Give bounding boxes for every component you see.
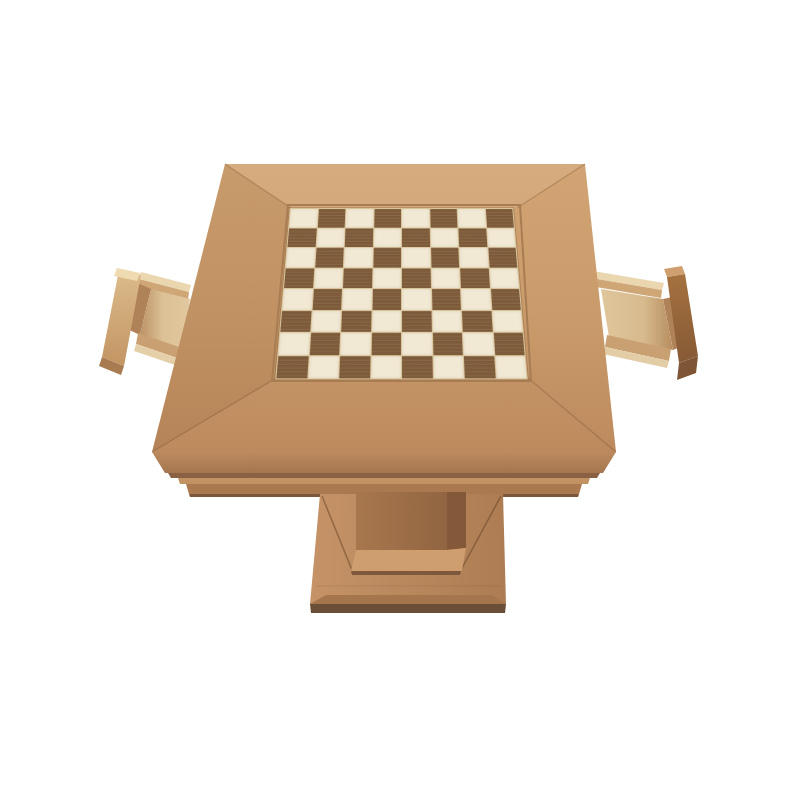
board-square xyxy=(432,310,462,331)
board-square xyxy=(487,228,516,247)
board-square xyxy=(495,356,527,379)
apron-shadow xyxy=(168,473,600,478)
base-cap-bevel xyxy=(351,548,466,571)
pedestal-column-front xyxy=(356,492,447,550)
board-square xyxy=(485,209,513,227)
chess-board xyxy=(275,208,527,379)
board-square xyxy=(314,268,343,288)
board-square xyxy=(491,289,521,310)
board-square xyxy=(432,333,462,355)
board-square xyxy=(489,268,519,288)
board-square xyxy=(433,356,464,379)
board-square xyxy=(492,310,523,331)
board-square xyxy=(459,248,488,267)
board-square xyxy=(346,209,374,227)
board-square xyxy=(339,356,370,379)
board-square xyxy=(288,228,317,247)
board-square xyxy=(463,333,494,355)
board-square xyxy=(286,248,315,267)
pedestal xyxy=(310,492,506,613)
board-square xyxy=(371,356,401,379)
board-square xyxy=(341,310,371,331)
base-front-bevel xyxy=(310,595,506,604)
board-square xyxy=(493,333,524,355)
board-square xyxy=(402,268,430,288)
board-square xyxy=(458,209,486,227)
board-square xyxy=(372,289,401,310)
board-square xyxy=(431,268,460,288)
board-square xyxy=(317,209,345,227)
board-square xyxy=(315,248,344,267)
board-square xyxy=(431,248,459,267)
board-square xyxy=(402,356,432,379)
board-square xyxy=(282,289,312,310)
board-square xyxy=(371,333,401,355)
chess-table-illustration xyxy=(0,0,800,800)
board-square xyxy=(402,333,432,355)
board-square xyxy=(312,289,342,310)
board-square xyxy=(308,356,339,379)
tabletop-front-edge xyxy=(152,452,616,473)
board-square xyxy=(316,228,344,247)
board-square xyxy=(311,310,341,331)
board-square xyxy=(345,228,373,247)
board-square xyxy=(402,209,429,227)
board-square xyxy=(461,289,491,310)
board-square xyxy=(402,289,431,310)
board-square xyxy=(430,228,458,247)
pedestal-column-side xyxy=(447,492,466,550)
board-square xyxy=(284,268,314,288)
board-square xyxy=(373,268,401,288)
board-square xyxy=(402,248,430,267)
board-square xyxy=(373,248,401,267)
board-square xyxy=(488,248,517,267)
board-square xyxy=(373,228,401,247)
apron-step xyxy=(178,478,590,484)
board-square xyxy=(462,310,492,331)
board-square xyxy=(458,228,486,247)
board-square xyxy=(460,268,489,288)
board-square xyxy=(276,356,308,379)
product-photo-stage xyxy=(0,0,800,800)
base-cap-shadow xyxy=(351,571,461,575)
board-square xyxy=(432,289,461,310)
board-square xyxy=(464,356,495,379)
board-square xyxy=(343,268,372,288)
board-square xyxy=(402,310,431,331)
board-square xyxy=(342,289,371,310)
board-square xyxy=(289,209,317,227)
board-square xyxy=(280,310,311,331)
board-square xyxy=(278,333,309,355)
board-square xyxy=(340,333,370,355)
base-bottom-edge xyxy=(310,604,506,613)
board-square xyxy=(372,310,401,331)
board-square xyxy=(374,209,401,227)
board-square xyxy=(344,248,372,267)
board-square xyxy=(309,333,340,355)
board-square xyxy=(430,209,458,227)
board-square xyxy=(402,228,430,247)
